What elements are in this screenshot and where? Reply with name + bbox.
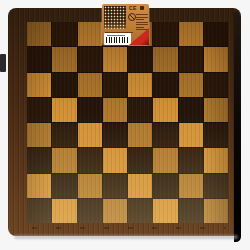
square-e4[interactable] (128, 123, 152, 147)
square-f5[interactable] (153, 98, 177, 122)
square-a7[interactable] (27, 47, 51, 71)
age-warning-icon (128, 13, 136, 21)
square-c1[interactable] (78, 199, 102, 223)
square-a6[interactable] (27, 73, 51, 97)
barcode-bars (106, 37, 129, 43)
square-f8[interactable] (153, 22, 177, 46)
square-a3[interactable] (27, 148, 51, 172)
square-c5[interactable] (78, 98, 102, 122)
square-b3[interactable] (52, 148, 76, 172)
square-b8[interactable] (52, 22, 76, 46)
square-c7[interactable] (78, 47, 102, 71)
square-a4[interactable] (27, 123, 51, 147)
square-e3[interactable] (128, 148, 152, 172)
square-h8[interactable] (204, 22, 228, 46)
board-drop-shadow (14, 235, 238, 239)
square-c3[interactable] (78, 148, 102, 172)
barcode-number-line (107, 35, 125, 36)
product-photo-background: CE (0, 0, 250, 250)
square-h2[interactable] (204, 174, 228, 198)
board-right-edge-shadow (234, 12, 241, 242)
square-b1[interactable] (52, 199, 76, 223)
square-b7[interactable] (52, 47, 76, 71)
square-d3[interactable] (103, 148, 127, 172)
square-h3[interactable] (204, 148, 228, 172)
square-g7[interactable] (179, 47, 203, 71)
square-e6[interactable] (128, 73, 152, 97)
square-a8[interactable] (27, 22, 51, 46)
square-b4[interactable] (52, 123, 76, 147)
square-d1[interactable] (103, 199, 127, 223)
red-corner-ribbon (129, 28, 149, 45)
square-e1[interactable] (128, 199, 152, 223)
square-d7[interactable] (103, 47, 127, 71)
square-c2[interactable] (78, 174, 102, 198)
product-photo-miniboard (104, 6, 126, 29)
square-g3[interactable] (179, 148, 203, 172)
square-g2[interactable] (179, 174, 203, 198)
square-h5[interactable] (204, 98, 228, 122)
brand-logo-icon (140, 6, 144, 10)
squares-grid (27, 22, 228, 223)
square-d6[interactable] (103, 73, 127, 97)
square-a5[interactable] (27, 98, 51, 122)
label-text-lines-right (136, 14, 148, 30)
barcode (104, 33, 131, 45)
square-g5[interactable] (179, 98, 203, 122)
square-g6[interactable] (179, 73, 203, 97)
photo-left-edge-mark (0, 54, 6, 72)
square-e2[interactable] (128, 174, 152, 198)
square-g4[interactable] (179, 123, 203, 147)
square-h4[interactable] (204, 123, 228, 147)
square-b5[interactable] (52, 98, 76, 122)
square-a1[interactable] (27, 199, 51, 223)
square-h7[interactable] (204, 47, 228, 71)
square-f7[interactable] (153, 47, 177, 71)
square-c4[interactable] (78, 123, 102, 147)
square-b6[interactable] (52, 73, 76, 97)
ce-mark: CE (129, 5, 137, 12)
square-g8[interactable] (179, 22, 203, 46)
square-f2[interactable] (153, 174, 177, 198)
square-e7[interactable] (128, 47, 152, 71)
bottom-rail-marks (32, 227, 226, 229)
square-d2[interactable] (103, 174, 127, 198)
square-c6[interactable] (78, 73, 102, 97)
square-d5[interactable] (103, 98, 127, 122)
square-e5[interactable] (128, 98, 152, 122)
square-f3[interactable] (153, 148, 177, 172)
square-h6[interactable] (204, 73, 228, 97)
square-h1[interactable] (204, 199, 228, 223)
square-b2[interactable] (52, 174, 76, 198)
square-f4[interactable] (153, 123, 177, 147)
square-f6[interactable] (153, 73, 177, 97)
square-c8[interactable] (78, 22, 102, 46)
square-g1[interactable] (179, 199, 203, 223)
square-f1[interactable] (153, 199, 177, 223)
square-d4[interactable] (103, 123, 127, 147)
square-a2[interactable] (27, 174, 51, 198)
product-label-sticker: CE (102, 4, 149, 45)
